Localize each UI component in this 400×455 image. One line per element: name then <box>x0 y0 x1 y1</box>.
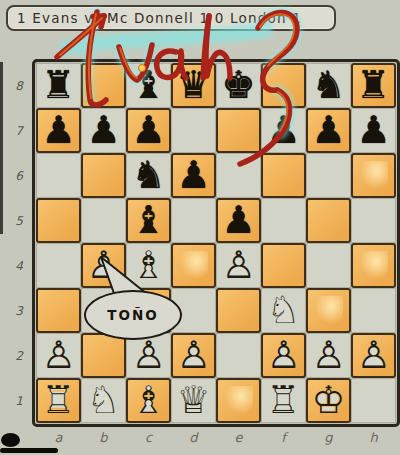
piece-black-king[interactable]: ♚ <box>217 64 260 107</box>
piece-white-bishop[interactable]: ♝♗ <box>127 244 170 287</box>
corner-blob-artifact <box>1 433 20 447</box>
piece-white-pawn[interactable]: ♟♙ <box>217 244 260 287</box>
square-e4[interactable]: ♟♙ <box>216 243 261 288</box>
square-g7[interactable]: ♟ <box>306 108 351 153</box>
piece-glyph: ♝ <box>127 64 170 107</box>
piece-black-pawn[interactable]: ♟ <box>128 110 169 151</box>
square-a8[interactable]: ♜ <box>36 63 81 108</box>
piece-glyph: ♘ <box>82 379 125 422</box>
square-a2[interactable]: ♟♙ <box>36 333 81 378</box>
file-label-d: d <box>171 430 216 445</box>
piece-glyph: ♟ <box>218 200 259 241</box>
square-h5[interactable] <box>351 198 396 243</box>
square-e1[interactable] <box>216 378 261 423</box>
left-edge-artifact <box>0 62 3 234</box>
piece-glyph: ♖ <box>38 380 79 421</box>
file-label-e: e <box>216 430 261 445</box>
piece-black-knight[interactable]: ♞ <box>127 154 170 197</box>
file-label-b: b <box>81 430 126 445</box>
piece-glyph: ♗ <box>127 244 170 287</box>
piece-white-queen[interactable]: ♛♕ <box>172 379 215 422</box>
file-label-f: f <box>261 430 306 445</box>
piece-glyph: ♞ <box>307 64 350 107</box>
square-a3[interactable] <box>36 288 81 333</box>
piece-white-pawn[interactable]: ♟♙ <box>307 334 350 377</box>
piece-black-rook[interactable]: ♜ <box>37 64 80 107</box>
piece-glyph: ♙ <box>353 335 394 376</box>
piece-glyph: ♟ <box>38 110 79 151</box>
file-label-h: h <box>351 430 396 445</box>
square-h3[interactable] <box>351 288 396 333</box>
square-c4[interactable]: ♝♗ <box>126 243 171 288</box>
rank-label-4: 4 <box>9 243 29 288</box>
piece-glyph: ♟ <box>308 110 349 151</box>
square-h2[interactable]: ♟♙ <box>351 333 396 378</box>
piece-glyph: ♙ <box>37 334 80 377</box>
square-h6[interactable] <box>351 153 396 198</box>
piece-black-pawn[interactable]: ♟ <box>352 109 395 152</box>
square-c1[interactable]: ♝♗ <box>126 378 171 423</box>
square-a7[interactable]: ♟ <box>36 108 81 153</box>
piece-glyph: ♙ <box>173 335 214 376</box>
piece-glyph: ♙ <box>263 335 304 376</box>
file-label-c: c <box>126 430 171 445</box>
chess-board-frame: ♜♝♛♚♞♜♟♟♟♟♟♟♞♟♝♟♟♙♝♗♟♙♞♘♟♙♟♙♟♙♟♙♟♙♟♙♜♖♞♘… <box>32 59 400 427</box>
square-b7[interactable]: ♟ <box>81 108 126 153</box>
square-e5[interactable]: ♟ <box>216 198 261 243</box>
square-f1[interactable]: ♜♖ <box>261 378 306 423</box>
game-title-text: 1 Evans vs Mc Donnell 1 0 London 1 <box>17 10 302 26</box>
square-f7[interactable]: ♟ <box>261 108 306 153</box>
piece-glyph: ♛ <box>173 65 214 106</box>
piece-white-rook[interactable]: ♜♖ <box>38 380 79 421</box>
square-d8[interactable]: ♛ <box>171 63 216 108</box>
piece-black-bishop[interactable]: ♝ <box>128 200 169 241</box>
square-a5[interactable] <box>36 198 81 243</box>
title-bar: 1 Evans vs Mc Donnell 1 0 London 1 <box>6 5 336 31</box>
piece-glyph: ♙ <box>83 245 124 286</box>
square-b5[interactable] <box>81 198 126 243</box>
square-d7[interactable] <box>171 108 216 153</box>
square-c8[interactable]: ♝ <box>126 63 171 108</box>
rank-label-7: 7 <box>9 108 29 153</box>
piece-glyph: ♘ <box>262 289 305 332</box>
square-d1[interactable]: ♛♕ <box>171 378 216 423</box>
piece-black-pawn[interactable]: ♟ <box>308 110 349 151</box>
piece-white-pawn[interactable]: ♟♙ <box>173 335 214 376</box>
square-a6[interactable] <box>36 153 81 198</box>
rank-label-5: 5 <box>9 198 29 243</box>
square-h1[interactable] <box>351 378 396 423</box>
piece-black-pawn[interactable]: ♟ <box>38 110 79 151</box>
piece-black-pawn[interactable]: ♟ <box>262 109 305 152</box>
square-g1[interactable]: ♚♔ <box>306 378 351 423</box>
piece-white-pawn[interactable]: ♟♙ <box>37 334 80 377</box>
piece-glyph: ♔ <box>308 380 349 421</box>
piece-glyph: ♗ <box>128 380 169 421</box>
piece-glyph: ♕ <box>172 379 215 422</box>
piece-glyph: ♞ <box>127 154 170 197</box>
piece-white-pawn[interactable]: ♟♙ <box>127 334 170 377</box>
square-d4[interactable] <box>171 243 216 288</box>
square-a4[interactable] <box>36 243 81 288</box>
speech-bubble: TOÑO <box>84 290 182 340</box>
piece-glyph: ♖ <box>262 379 305 422</box>
square-b6[interactable] <box>81 153 126 198</box>
piece-white-rook[interactable]: ♜♖ <box>262 379 305 422</box>
square-c7[interactable]: ♟ <box>126 108 171 153</box>
square-f4[interactable] <box>261 243 306 288</box>
piece-black-pawn[interactable]: ♟ <box>218 200 259 241</box>
piece-white-knight[interactable]: ♞♘ <box>82 379 125 422</box>
piece-glyph: ♟ <box>173 155 214 196</box>
square-g3[interactable] <box>306 288 351 333</box>
piece-glyph: ♟ <box>82 109 125 152</box>
piece-white-pawn[interactable]: ♟♙ <box>353 335 394 376</box>
square-d2[interactable]: ♟♙ <box>171 333 216 378</box>
chess-board: ♜♝♛♚♞♜♟♟♟♟♟♟♞♟♝♟♟♙♝♗♟♙♞♘♟♙♟♙♟♙♟♙♟♙♟♙♜♖♞♘… <box>36 63 396 423</box>
square-g8[interactable]: ♞ <box>306 63 351 108</box>
square-d5[interactable] <box>171 198 216 243</box>
piece-black-pawn[interactable]: ♟ <box>173 155 214 196</box>
piece-glyph: ♙ <box>307 334 350 377</box>
square-f3[interactable]: ♞♘ <box>261 288 306 333</box>
piece-white-king[interactable]: ♚♔ <box>308 380 349 421</box>
square-b2[interactable] <box>81 333 126 378</box>
square-b8[interactable] <box>81 63 126 108</box>
square-c6[interactable]: ♞ <box>126 153 171 198</box>
piece-black-queen[interactable]: ♛ <box>173 65 214 106</box>
piece-glyph: ♚ <box>217 64 260 107</box>
square-g5[interactable] <box>306 198 351 243</box>
piece-white-pawn[interactable]: ♟♙ <box>263 335 304 376</box>
square-c5[interactable]: ♝ <box>126 198 171 243</box>
piece-glyph: ♟ <box>352 109 395 152</box>
piece-black-rook[interactable]: ♜ <box>353 65 394 106</box>
piece-black-pawn[interactable]: ♟ <box>82 109 125 152</box>
square-h8[interactable]: ♜ <box>351 63 396 108</box>
rank-label-8: 8 <box>9 63 29 108</box>
bottom-line-artifact <box>0 448 58 453</box>
square-b4[interactable]: ♟♙ <box>81 243 126 288</box>
piece-glyph: ♜ <box>37 64 80 107</box>
square-f5[interactable] <box>261 198 306 243</box>
file-label-a: a <box>36 430 81 445</box>
piece-glyph: ♜ <box>353 65 394 106</box>
rank-label-6: 6 <box>9 153 29 198</box>
square-g4[interactable] <box>306 243 351 288</box>
piece-white-knight[interactable]: ♞♘ <box>262 289 305 332</box>
square-a1[interactable]: ♜♖ <box>36 378 81 423</box>
square-e2[interactable] <box>216 333 261 378</box>
square-h7[interactable]: ♟ <box>351 108 396 153</box>
square-f6[interactable] <box>261 153 306 198</box>
piece-white-pawn[interactable]: ♟♙ <box>83 245 124 286</box>
piece-white-bishop[interactable]: ♝♗ <box>128 380 169 421</box>
speech-bubble-text: TOÑO <box>107 307 158 323</box>
piece-glyph: ♟ <box>262 109 305 152</box>
square-e7[interactable] <box>216 108 261 153</box>
piece-glyph: ♙ <box>127 334 170 377</box>
square-g6[interactable] <box>306 153 351 198</box>
rank-label-3: 3 <box>9 288 29 333</box>
piece-black-bishop[interactable]: ♝ <box>127 64 170 107</box>
square-f8[interactable] <box>261 63 306 108</box>
square-e6[interactable] <box>216 153 261 198</box>
piece-black-knight[interactable]: ♞ <box>307 64 350 107</box>
piece-glyph: ♝ <box>128 200 169 241</box>
square-e8[interactable]: ♚ <box>216 63 261 108</box>
square-b1[interactable]: ♞♘ <box>81 378 126 423</box>
rank-label-1: 1 <box>9 378 29 423</box>
square-e3[interactable] <box>216 288 261 333</box>
piece-glyph: ♙ <box>217 244 260 287</box>
square-h4[interactable] <box>351 243 396 288</box>
square-g2[interactable]: ♟♙ <box>306 333 351 378</box>
square-d6[interactable]: ♟ <box>171 153 216 198</box>
rank-label-2: 2 <box>9 333 29 378</box>
file-label-g: g <box>306 430 351 445</box>
square-f2[interactable]: ♟♙ <box>261 333 306 378</box>
piece-glyph: ♟ <box>128 110 169 151</box>
